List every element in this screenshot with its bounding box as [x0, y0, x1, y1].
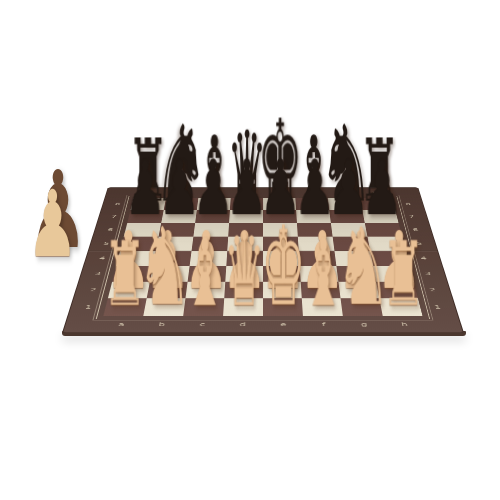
black-knight-b8: ♞: [152, 122, 210, 207]
black-king-e8: ♚: [256, 117, 304, 207]
black-pawn-g7: ♟: [326, 157, 371, 218]
white-knight-g1: ♞: [334, 225, 393, 311]
black-bishop-f8: ♝: [292, 133, 335, 206]
black-knight-g8: ♞: [317, 122, 375, 207]
white-bishop-c1: ♝: [182, 236, 226, 310]
white-king-e1: ♚: [260, 223, 307, 311]
pieces-layer: ♜♞♝♛♚♝♞♜♟♟♟♟♟♟♟♟♟♟♟♟♟♟♟♟♜♞♝♛♚♝♞♜: [63, 188, 463, 333]
white-knight-b1: ♞: [135, 225, 194, 311]
board-frame: abcdefgh abcdefgh 87654321 87654321 ♜♞♝♛…: [62, 187, 464, 333]
white-rook-h1: ♜: [380, 239, 426, 310]
black-pawn-c7: ♟: [191, 157, 236, 218]
white-queen-d1: ♛: [223, 230, 266, 310]
black-pawn-e7: ♟: [258, 157, 303, 218]
black-pawn-d7: ♟: [224, 157, 269, 218]
black-rook-a8: ♜: [126, 137, 171, 206]
black-rook-h8: ♜: [357, 137, 402, 206]
chess-board: abcdefgh abcdefgh 87654321 87654321 ♜♞♝♛…: [62, 0, 464, 333]
black-bishop-c8: ♝: [193, 133, 236, 206]
white-bishop-f1: ♝: [302, 236, 346, 310]
product-photo: ♟ ♟ abcdefgh abcdefgh 87654321 87654321 …: [0, 0, 500, 500]
black-pawn-f7: ♟: [292, 157, 337, 218]
white-rook-a1: ♜: [102, 239, 148, 310]
black-queen-d8: ♛: [226, 128, 268, 206]
black-pawn-h7: ♟: [360, 157, 405, 218]
black-pawn-b7: ♟: [157, 157, 202, 218]
black-pawn-a7: ♟: [123, 157, 168, 218]
